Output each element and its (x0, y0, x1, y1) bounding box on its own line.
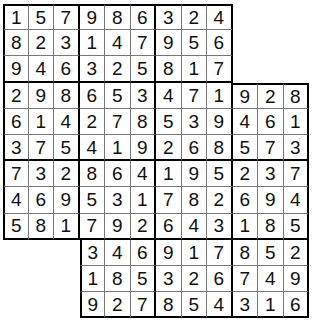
sudoku-cell-r12c6: 7 (131, 292, 157, 318)
sudoku-cell-r4c10: 9 (233, 83, 259, 109)
sudoku-cell-r9c5: 9 (105, 214, 131, 240)
sudoku-cell-r1c8: 2 (182, 4, 208, 30)
sudoku-cell-r11c8: 2 (182, 266, 208, 292)
sudoku-cell-r3c6: 5 (131, 56, 157, 82)
sudoku-cell-r7c6: 4 (131, 161, 157, 187)
sudoku-cell-r5c7: 5 (156, 109, 182, 135)
sudoku-cell-r11c12: 9 (284, 266, 310, 292)
sudoku-cell-r3c2: 4 (29, 56, 55, 82)
empty-space-r2c10 (233, 30, 259, 56)
sudoku-cell-r6c11: 7 (258, 135, 284, 161)
sudoku-cell-r3c8: 1 (182, 56, 208, 82)
sudoku-cell-r8c10: 6 (233, 187, 259, 213)
sudoku-cell-r4c11: 2 (258, 83, 284, 109)
sudoku-cell-r12c8: 5 (182, 292, 208, 318)
sudoku-cell-r7c9: 5 (207, 161, 233, 187)
sudoku-cell-r4c5: 5 (105, 83, 131, 109)
sudoku-cell-r2c9: 6 (207, 30, 233, 56)
empty-space-r10c1 (3, 240, 29, 266)
sudoku-cell-r8c7: 7 (156, 187, 182, 213)
sudoku-cell-r9c8: 4 (182, 214, 208, 240)
sudoku-cell-r1c1: 1 (3, 4, 29, 30)
sudoku-cell-r7c12: 7 (284, 161, 310, 187)
sudoku-cell-r7c7: 1 (156, 161, 182, 187)
sudoku-cell-r10c6: 6 (131, 240, 157, 266)
empty-space-r11c3 (54, 266, 80, 292)
sudoku-cell-r5c5: 7 (105, 109, 131, 135)
sudoku-cell-r11c10: 7 (233, 266, 259, 292)
sudoku-cell-r4c7: 4 (156, 83, 182, 109)
sudoku-cell-r3c7: 8 (156, 56, 182, 82)
sudoku-cell-r12c5: 2 (105, 292, 131, 318)
empty-space-r3c11 (258, 56, 284, 82)
sudoku-cell-r6c1: 3 (3, 135, 29, 161)
sudoku-cell-r7c8: 9 (182, 161, 208, 187)
sudoku-cell-r2c2: 2 (29, 30, 55, 56)
sudoku-cell-r2c5: 4 (105, 30, 131, 56)
sudoku-cell-r4c2: 9 (29, 83, 55, 109)
sudoku-cell-r8c4: 5 (80, 187, 106, 213)
sudoku-cell-r1c3: 7 (54, 4, 80, 30)
sudoku-cell-r7c4: 8 (80, 161, 106, 187)
empty-space-r3c12 (284, 56, 310, 82)
sudoku-cell-r5c8: 3 (182, 109, 208, 135)
sudoku-cell-r2c3: 3 (54, 30, 80, 56)
sudoku-cell-r5c10: 4 (233, 109, 259, 135)
sudoku-cell-r10c9: 7 (207, 240, 233, 266)
empty-space-r10c2 (29, 240, 55, 266)
sudoku-cell-r12c4: 9 (80, 292, 106, 318)
sudoku-cell-r1c9: 4 (207, 4, 233, 30)
sudoku-cell-r7c11: 3 (258, 161, 284, 187)
sudoku-cell-r2c1: 8 (3, 30, 29, 56)
sudoku-cell-r5c2: 1 (29, 109, 55, 135)
sudoku-cell-r4c12: 8 (284, 83, 310, 109)
empty-space-r11c2 (29, 266, 55, 292)
sudoku-cell-r10c4: 3 (80, 240, 106, 266)
sudoku-cell-r6c6: 9 (131, 135, 157, 161)
sudoku-cell-r12c12: 6 (284, 292, 310, 318)
empty-space-r12c2 (29, 292, 55, 318)
sudoku-cell-r9c3: 1 (54, 214, 80, 240)
sudoku-cell-r8c9: 2 (207, 187, 233, 213)
empty-space-r12c3 (54, 292, 80, 318)
sudoku-cell-r9c9: 3 (207, 214, 233, 240)
empty-space-r3c10 (233, 56, 259, 82)
sudoku-cell-r8c1: 4 (3, 187, 29, 213)
empty-space-r12c1 (3, 292, 29, 318)
sudoku-cell-r9c4: 7 (80, 214, 106, 240)
sudoku-cell-r1c6: 6 (131, 4, 157, 30)
sudoku-cell-r8c6: 1 (131, 187, 157, 213)
sudoku-cell-r2c6: 7 (131, 30, 157, 56)
sudoku-cell-r5c12: 1 (284, 109, 310, 135)
sudoku-cell-r11c4: 1 (80, 266, 106, 292)
empty-space-r1c11 (258, 4, 284, 30)
sudoku-cell-r1c5: 8 (105, 4, 131, 30)
sudoku-cell-r2c4: 1 (80, 30, 106, 56)
empty-space-r2c11 (258, 30, 284, 56)
sudoku-cell-r8c5: 3 (105, 187, 131, 213)
sudoku-cell-r12c11: 1 (258, 292, 284, 318)
sudoku-cell-r7c3: 2 (54, 161, 80, 187)
sudoku-cell-r8c2: 6 (29, 187, 55, 213)
sudoku-cell-r5c3: 4 (54, 109, 80, 135)
sudoku-cell-r3c5: 2 (105, 56, 131, 82)
sudoku-cell-r3c3: 6 (54, 56, 80, 82)
sudoku-cell-r3c9: 7 (207, 56, 233, 82)
sudoku-cell-r11c9: 6 (207, 266, 233, 292)
sudoku-cell-r9c10: 1 (233, 214, 259, 240)
sudoku-cell-r6c7: 2 (156, 135, 182, 161)
sudoku-cell-r12c10: 3 (233, 292, 259, 318)
sudoku-cell-r10c7: 9 (156, 240, 182, 266)
sudoku-cell-r9c11: 8 (258, 214, 284, 240)
sudoku-cell-r4c6: 3 (131, 83, 157, 109)
sudoku-cell-r8c3: 9 (54, 187, 80, 213)
empty-space-r1c12 (284, 4, 310, 30)
sudoku-cell-r10c8: 1 (182, 240, 208, 266)
sudoku-cell-r6c5: 1 (105, 135, 131, 161)
sudoku-cell-r4c1: 2 (3, 83, 29, 109)
sudoku-cell-r9c7: 6 (156, 214, 182, 240)
sudoku-cell-r10c12: 2 (284, 240, 310, 266)
empty-space-r2c12 (284, 30, 310, 56)
sudoku-cell-r9c6: 2 (131, 214, 157, 240)
sudoku-cell-r11c11: 4 (258, 266, 284, 292)
sudoku-cell-r4c3: 8 (54, 83, 80, 109)
sudoku-cell-r8c11: 9 (258, 187, 284, 213)
sudoku-cell-r2c8: 5 (182, 30, 208, 56)
sudoku-cell-r1c7: 3 (156, 4, 182, 30)
sudoku-cell-r3c1: 9 (3, 56, 29, 82)
sudoku-cell-r4c4: 6 (80, 83, 106, 109)
sudoku-cell-r7c1: 7 (3, 161, 29, 187)
sudoku-cell-r12c9: 4 (207, 292, 233, 318)
sudoku-cell-r5c4: 2 (80, 109, 106, 135)
sudoku-cell-r9c2: 8 (29, 214, 55, 240)
sudoku-cell-r4c8: 7 (182, 83, 208, 109)
sudoku-cell-r8c12: 4 (284, 187, 310, 213)
sudoku-cell-r7c2: 3 (29, 161, 55, 187)
sudoku-cell-r7c10: 2 (233, 161, 259, 187)
sudoku-cell-r3c4: 3 (80, 56, 106, 82)
sudoku-cell-r1c4: 9 (80, 4, 106, 30)
sudoku-cell-r6c3: 5 (54, 135, 80, 161)
sudoku-cell-r2c7: 9 (156, 30, 182, 56)
sudoku-cell-r5c6: 8 (131, 109, 157, 135)
sudoku-cell-r4c9: 1 (207, 83, 233, 109)
sudoku-cell-r6c4: 4 (80, 135, 106, 161)
sudoku-cell-r6c2: 7 (29, 135, 55, 161)
sudoku-cell-r11c7: 3 (156, 266, 182, 292)
sudoku-cell-r7c5: 6 (105, 161, 131, 187)
empty-space-r10c3 (54, 240, 80, 266)
sudoku-cell-r1c2: 5 (29, 4, 55, 30)
sudoku-cell-r6c12: 3 (284, 135, 310, 161)
sudoku-cell-r6c8: 6 (182, 135, 208, 161)
sudoku-cell-r11c6: 5 (131, 266, 157, 292)
sudoku-cell-r6c10: 5 (233, 135, 259, 161)
empty-space-r1c10 (233, 4, 259, 30)
sudoku-cell-r9c12: 5 (284, 214, 310, 240)
sudoku-cell-r6c9: 8 (207, 135, 233, 161)
sudoku-cell-r10c11: 5 (258, 240, 284, 266)
empty-space-r11c1 (3, 266, 29, 292)
sudoku-cell-r8c8: 8 (182, 187, 208, 213)
sudoku-cell-r12c7: 8 (156, 292, 182, 318)
sudoku-cell-r9c1: 5 (3, 214, 29, 240)
sudoku-cell-r10c5: 4 (105, 240, 131, 266)
sudoku-cell-r5c1: 6 (3, 109, 29, 135)
sudoku-cell-r11c5: 8 (105, 266, 131, 292)
sudoku-cell-r5c11: 6 (258, 109, 284, 135)
sudoku-board: 1579863248231479569463258172986534719286… (3, 4, 309, 318)
sudoku-cell-r10c10: 8 (233, 240, 259, 266)
sudoku-cell-r5c9: 9 (207, 109, 233, 135)
